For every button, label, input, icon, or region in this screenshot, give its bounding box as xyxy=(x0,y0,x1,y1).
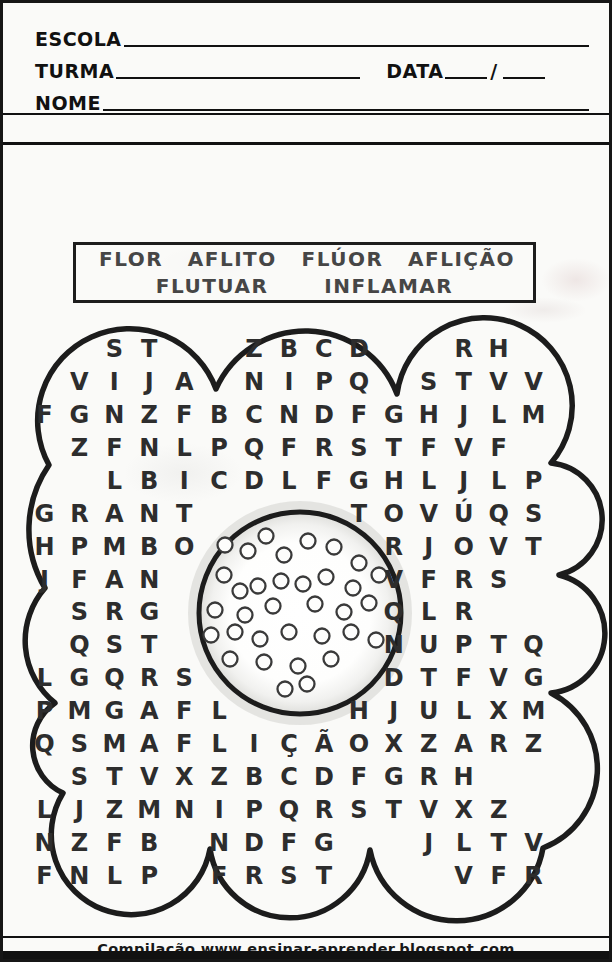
grid-cell xyxy=(27,596,62,629)
grid-cell xyxy=(341,563,376,596)
grid-cell: R xyxy=(237,859,272,892)
grid-cell: G xyxy=(62,662,97,695)
grid-cell: Z xyxy=(62,826,97,859)
grid-cell: R xyxy=(411,760,446,793)
grid-cell: F xyxy=(167,728,202,761)
grid-cell: S xyxy=(272,859,307,892)
grid-cell: L xyxy=(27,793,62,826)
grid-cell xyxy=(202,596,237,629)
grid-cell xyxy=(481,760,516,793)
grid-cell: A xyxy=(446,728,481,761)
grid-cell: Z xyxy=(202,760,237,793)
grid-cell xyxy=(237,530,272,563)
grid-cell: G xyxy=(341,465,376,498)
grid-cell: D xyxy=(376,662,411,695)
grid-cell: J xyxy=(411,530,446,563)
grid-cell: R xyxy=(62,497,97,530)
grid-cell: T xyxy=(167,497,202,530)
grid-cell: R xyxy=(132,662,167,695)
grid-cell xyxy=(306,662,341,695)
grid-cell xyxy=(376,333,411,366)
grid-cell: C xyxy=(237,399,272,432)
grid-cell: L xyxy=(202,695,237,728)
grid-cell: G xyxy=(62,399,97,432)
grid-cell: T xyxy=(481,629,516,662)
grid-cell: V xyxy=(516,826,551,859)
grid-cell: Q xyxy=(481,497,516,530)
grid-cell xyxy=(516,563,551,596)
grid-cell: V xyxy=(411,793,446,826)
grid-cell: N xyxy=(27,826,62,859)
grid-cell: T xyxy=(97,760,132,793)
grid-cell: I xyxy=(272,366,307,399)
grid-cell: F xyxy=(97,826,132,859)
grid-cell: A xyxy=(132,695,167,728)
grid-cell: F xyxy=(167,695,202,728)
grid-cell xyxy=(272,563,307,596)
grid-cell: L xyxy=(481,465,516,498)
grid-cell: L xyxy=(97,465,132,498)
grid-cell xyxy=(237,563,272,596)
grid-cell: Z xyxy=(411,728,446,761)
grid-cell: N xyxy=(62,859,97,892)
grid-cell xyxy=(272,596,307,629)
grid-cell xyxy=(481,596,516,629)
grid-cell xyxy=(341,826,376,859)
grid-cell xyxy=(516,793,551,826)
grid-cell: D xyxy=(306,760,341,793)
grid-cell xyxy=(237,596,272,629)
grid-cell: A xyxy=(167,366,202,399)
grid-cell: D xyxy=(341,333,376,366)
grid-cell: L xyxy=(97,859,132,892)
grid-cell: S xyxy=(341,793,376,826)
grid-cell xyxy=(167,826,202,859)
grid-cell xyxy=(62,333,97,366)
grid-cell: C xyxy=(272,760,307,793)
grid-cell: X xyxy=(167,760,202,793)
grid-cell: F xyxy=(272,432,307,465)
grid-cell: J xyxy=(132,366,167,399)
grid-cell: H xyxy=(341,695,376,728)
grid-cell xyxy=(306,629,341,662)
grid-cell: O xyxy=(376,497,411,530)
grid-cell: M xyxy=(516,399,551,432)
grid-cell: F xyxy=(167,399,202,432)
grid-cell xyxy=(376,366,411,399)
grid-cell: B xyxy=(272,333,307,366)
grid-cell: Z xyxy=(516,728,551,761)
grid-cell: Q xyxy=(237,432,272,465)
grid-cell: B xyxy=(132,465,167,498)
grid-cell: R xyxy=(516,859,551,892)
grid-cell: N xyxy=(132,432,167,465)
grid-cell: X xyxy=(446,793,481,826)
grid-cell xyxy=(272,530,307,563)
grid-cell: L xyxy=(27,662,62,695)
grid-cell: P xyxy=(446,629,481,662)
grid-cell: P xyxy=(27,695,62,728)
grid-cell xyxy=(202,563,237,596)
grid-cell xyxy=(167,859,202,892)
grid-cell: R xyxy=(446,596,481,629)
grid-cell: V xyxy=(62,366,97,399)
grid-cell: Q xyxy=(272,793,307,826)
grid-cell: G xyxy=(27,497,62,530)
grid-cell: Q xyxy=(27,728,62,761)
footer-divider xyxy=(3,936,609,938)
grid-cell: F xyxy=(97,432,132,465)
grid-cell: L xyxy=(411,465,446,498)
grid-cell: V xyxy=(481,662,516,695)
grid-cell: X xyxy=(481,695,516,728)
grid-cell: F xyxy=(62,563,97,596)
grid-cell xyxy=(306,497,341,530)
grid-cell: T xyxy=(132,333,167,366)
grid-cell xyxy=(202,333,237,366)
grid-cell: I xyxy=(97,366,132,399)
grid-cell: Z xyxy=(132,399,167,432)
grid-cell: V xyxy=(481,530,516,563)
grid-cell xyxy=(237,629,272,662)
grid-cell: T xyxy=(132,629,167,662)
grid-cell: A xyxy=(97,563,132,596)
grid-cell: Q xyxy=(516,629,551,662)
grid-cell: Q xyxy=(62,629,97,662)
grid-cell: M xyxy=(62,695,97,728)
grid-cell: Z xyxy=(481,793,516,826)
grid-cell: G xyxy=(516,662,551,695)
letter-grid: STZBCDRHVIJANIPQSTVVFGNZFBCNDFGHJLMZFNLP… xyxy=(27,333,551,892)
grid-cell: S xyxy=(62,728,97,761)
grid-cell xyxy=(167,333,202,366)
grid-cell: L xyxy=(446,826,481,859)
grid-cell xyxy=(202,497,237,530)
grid-cell xyxy=(376,826,411,859)
grid-cell: V xyxy=(481,366,516,399)
grid-cell: F xyxy=(481,432,516,465)
grid-cell: T xyxy=(306,859,341,892)
grid-cell xyxy=(27,366,62,399)
grid-cell: M xyxy=(132,793,167,826)
grid-cell: F xyxy=(306,465,341,498)
grid-cell: D xyxy=(306,399,341,432)
grid-cell: F xyxy=(446,662,481,695)
grid-cell: V xyxy=(376,563,411,596)
grid-cell: S xyxy=(341,432,376,465)
bottom-border-bar xyxy=(3,951,609,959)
grid-cell xyxy=(237,662,272,695)
grid-cell: I xyxy=(167,465,202,498)
grid-cell: B xyxy=(132,530,167,563)
grid-cell xyxy=(272,662,307,695)
grid-cell: S xyxy=(167,662,202,695)
grid-cell: M xyxy=(516,695,551,728)
grid-cell: F xyxy=(341,399,376,432)
grid-cell xyxy=(202,530,237,563)
grid-cell xyxy=(27,629,62,662)
grid-cell: O xyxy=(341,728,376,761)
grid-cell: D xyxy=(237,826,272,859)
grid-cell: G xyxy=(376,399,411,432)
grid-cell xyxy=(516,760,551,793)
grid-cell xyxy=(27,465,62,498)
grid-cell: S xyxy=(411,366,446,399)
grid-cell xyxy=(341,530,376,563)
grid-cell: L xyxy=(272,465,307,498)
grid-cell: N xyxy=(272,399,307,432)
grid-cell: U xyxy=(411,629,446,662)
grid-cell: F xyxy=(27,859,62,892)
grid-cell: L xyxy=(411,596,446,629)
grid-cell: S xyxy=(516,497,551,530)
grid-cell: F xyxy=(27,399,62,432)
grid-cell: C xyxy=(306,333,341,366)
grid-cell: S xyxy=(62,596,97,629)
grid-cell: L xyxy=(202,728,237,761)
grid-cell xyxy=(202,366,237,399)
grid-cell: G xyxy=(306,826,341,859)
grid-cell xyxy=(237,695,272,728)
grid-cell: T xyxy=(516,530,551,563)
grid-cell xyxy=(272,629,307,662)
grid-cell: S xyxy=(62,760,97,793)
grid-cell xyxy=(516,432,551,465)
grid-cell: Q xyxy=(97,662,132,695)
grid-cell xyxy=(306,695,341,728)
grid-cell: A xyxy=(132,728,167,761)
grid-cell: F xyxy=(411,563,446,596)
grid-cell: V xyxy=(411,497,446,530)
grid-cell: X xyxy=(376,728,411,761)
grid-cell: Z xyxy=(62,432,97,465)
grid-cell: H xyxy=(446,760,481,793)
grid-cell: L xyxy=(481,399,516,432)
grid-cell: G xyxy=(376,760,411,793)
grid-cell xyxy=(341,662,376,695)
grid-cell: F xyxy=(481,859,516,892)
grid-cell: N xyxy=(237,366,272,399)
grid-cell xyxy=(516,596,551,629)
grid-cell: V xyxy=(446,859,481,892)
grid-cell: Q xyxy=(341,366,376,399)
grid-cell: N xyxy=(132,497,167,530)
grid-cell: V xyxy=(516,366,551,399)
grid-cell: U xyxy=(411,695,446,728)
grid-cell: M xyxy=(97,530,132,563)
grid-cell: T xyxy=(411,662,446,695)
grid-cell: L xyxy=(167,432,202,465)
grid-cell: H xyxy=(27,530,62,563)
grid-cell: F xyxy=(341,760,376,793)
grid-cell: R xyxy=(306,793,341,826)
grid-cell xyxy=(306,596,341,629)
grid-cell: Ã xyxy=(306,728,341,761)
grid-cell: T xyxy=(376,432,411,465)
grid-cell: R xyxy=(446,563,481,596)
grid-cell xyxy=(341,859,376,892)
grid-cell: H xyxy=(376,465,411,498)
grid-cell: H xyxy=(481,333,516,366)
grid-cell: F xyxy=(411,432,446,465)
grid-cell: Z xyxy=(237,333,272,366)
grid-cell: T xyxy=(376,793,411,826)
grid-cell: D xyxy=(237,465,272,498)
grid-cell xyxy=(306,530,341,563)
grid-cell: B xyxy=(132,826,167,859)
grid-cell xyxy=(272,497,307,530)
grid-cell xyxy=(202,629,237,662)
grid-cell: P xyxy=(62,530,97,563)
grid-cell: N xyxy=(202,826,237,859)
grid-cell: G xyxy=(97,695,132,728)
grid-cell: Z xyxy=(97,793,132,826)
grid-cell: V xyxy=(132,760,167,793)
grid-cell: M xyxy=(97,728,132,761)
grid-cell: N xyxy=(376,629,411,662)
grid-cell: V xyxy=(446,432,481,465)
grid-cell: J xyxy=(376,695,411,728)
grid-cell xyxy=(516,333,551,366)
grid-cell: P xyxy=(202,432,237,465)
grid-cell: P xyxy=(132,859,167,892)
grid-cell: S xyxy=(97,629,132,662)
worksheet-page: ESCOLA TURMA DATA / NOME FLOR AFLITO FLÚ… xyxy=(0,0,612,962)
grid-cell: R xyxy=(481,728,516,761)
grid-cell xyxy=(237,497,272,530)
grid-cell xyxy=(62,465,97,498)
grid-cell: Q xyxy=(376,596,411,629)
grid-cell xyxy=(27,333,62,366)
grid-cell xyxy=(167,629,202,662)
grid-cell: A xyxy=(97,497,132,530)
grid-cell: T xyxy=(481,826,516,859)
grid-cell: R xyxy=(376,530,411,563)
grid-cell: R xyxy=(306,432,341,465)
grid-cell xyxy=(376,859,411,892)
grid-cell: Ú xyxy=(446,497,481,530)
grid-cell xyxy=(272,695,307,728)
grid-cell: L xyxy=(446,695,481,728)
grid-cell: P xyxy=(237,793,272,826)
grid-cell: J xyxy=(411,826,446,859)
grid-cell: H xyxy=(411,399,446,432)
grid-cell: S xyxy=(97,333,132,366)
grid-cell: C xyxy=(202,465,237,498)
grid-cell xyxy=(411,333,446,366)
grid-cell xyxy=(341,629,376,662)
grid-cell xyxy=(27,432,62,465)
grid-cell xyxy=(167,563,202,596)
grid-cell xyxy=(27,760,62,793)
grid-cell: B xyxy=(202,399,237,432)
grid-cell: N xyxy=(132,563,167,596)
grid-cell xyxy=(306,563,341,596)
grid-cell: N xyxy=(167,793,202,826)
grid-cell: N xyxy=(97,399,132,432)
grid-cell: I xyxy=(202,793,237,826)
grid-cell: F xyxy=(272,826,307,859)
grid-cell: T xyxy=(446,366,481,399)
grid-cell: G xyxy=(132,596,167,629)
grid-cell: I xyxy=(237,728,272,761)
grid-cell: Ç xyxy=(272,728,307,761)
grid-cell: B xyxy=(237,760,272,793)
grid-cell: O xyxy=(446,530,481,563)
grid-cell: J xyxy=(62,793,97,826)
grid-cell: J xyxy=(446,399,481,432)
grid-cell: S xyxy=(481,563,516,596)
grid-cell xyxy=(202,662,237,695)
grid-cell: J xyxy=(446,465,481,498)
grid-cell: F xyxy=(202,859,237,892)
grid-cell: R xyxy=(97,596,132,629)
grid-cell: J xyxy=(27,563,62,596)
grid-cell: P xyxy=(516,465,551,498)
grid-cell xyxy=(411,859,446,892)
grid-cell: T xyxy=(341,497,376,530)
grid-cell: O xyxy=(167,530,202,563)
grid-cell xyxy=(341,596,376,629)
grid-cell: P xyxy=(306,366,341,399)
grid-cell: R xyxy=(446,333,481,366)
grid-cell xyxy=(167,596,202,629)
